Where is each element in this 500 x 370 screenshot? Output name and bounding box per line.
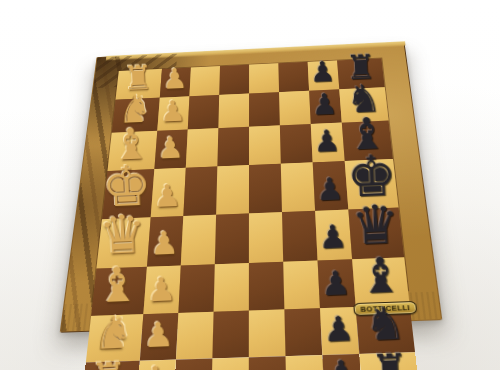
black-rook: ♜ — [369, 349, 409, 370]
board-grid: ♜♟♟♜♞♟♟♞♝♟♟♝♚♟♟♚♛♟♟♛♝♟♟♝♞♟♟♞♜♟♟♜ — [93, 58, 408, 301]
white-queen: ♛ — [98, 210, 147, 262]
square — [211, 357, 249, 370]
chess-board: ♜♟♟♜♞♟♟♞♝♟♟♝♚♟♟♚♛♟♟♛♝♟♟♝♞♟♟♞♜♟♟♜ BOTTICE… — [60, 42, 443, 333]
black-pawn: ♟ — [311, 90, 338, 118]
square: ♟ — [322, 353, 362, 370]
square — [217, 127, 249, 166]
white-pawn: ♟ — [162, 65, 188, 92]
black-pawn: ♟ — [313, 127, 341, 156]
square: ♟ — [158, 96, 190, 131]
black-pawn: ♟ — [310, 58, 336, 86]
black-queen: ♛ — [351, 200, 401, 253]
square: ♟ — [137, 359, 176, 370]
square — [186, 128, 218, 167]
square — [249, 212, 283, 262]
black-pawn: ♟ — [323, 313, 355, 347]
square — [190, 66, 220, 96]
square — [249, 126, 281, 166]
white-pawn: ♟ — [153, 181, 182, 211]
square — [281, 162, 315, 212]
square: ♟ — [160, 67, 191, 97]
white-pawn: ♟ — [157, 134, 185, 163]
square — [218, 94, 249, 129]
square — [283, 260, 320, 309]
white-rook: ♜ — [90, 358, 129, 370]
square — [219, 65, 249, 95]
square — [278, 62, 309, 92]
square — [282, 211, 317, 261]
square: ♟ — [317, 259, 355, 308]
square: ♟ — [309, 89, 342, 124]
square: ♟ — [312, 161, 348, 211]
square: ♟ — [147, 216, 183, 266]
square: ♟ — [155, 130, 188, 169]
white-pawn: ♟ — [139, 363, 172, 370]
white-pawn: ♟ — [150, 228, 180, 259]
square — [176, 311, 213, 359]
square — [249, 92, 280, 127]
white-knight: ♞ — [92, 310, 134, 355]
product-photo: ♜♟♟♜♞♟♟♞♝♟♟♝♚♟♟♚♛♟♟♛♝♟♟♝♞♟♟♞♜♟♟♜ BOTTICE… — [0, 0, 500, 370]
square — [279, 91, 311, 126]
white-pawn: ♟ — [146, 274, 177, 306]
board-scene: ♜♟♟♜♞♟♟♞♝♟♟♝♚♟♟♚♛♟♟♛♝♟♟♝♞♟♟♞♜♟♟♜ BOTTICE… — [0, 0, 500, 370]
square: ♟ — [310, 123, 344, 163]
square — [181, 215, 216, 265]
square — [216, 165, 249, 215]
square: ♟ — [144, 265, 181, 313]
square — [285, 355, 324, 370]
black-knight: ♞ — [364, 300, 407, 345]
square — [174, 358, 212, 370]
square — [249, 164, 282, 214]
white-bishop: ♝ — [95, 261, 140, 308]
black-bishop: ♝ — [358, 251, 403, 299]
square — [214, 263, 249, 312]
square — [249, 309, 285, 357]
square — [184, 166, 218, 216]
square — [284, 308, 322, 356]
black-pawn: ♟ — [316, 174, 345, 204]
square: ♟ — [315, 210, 352, 261]
square: ♟ — [140, 313, 178, 361]
black-pawn: ♟ — [325, 357, 358, 370]
square: ♜ — [81, 360, 141, 370]
square — [249, 356, 287, 370]
square — [215, 214, 249, 264]
black-pawn: ♟ — [321, 268, 352, 301]
square: ♟ — [320, 307, 359, 355]
square — [213, 310, 249, 358]
square: ♜ — [359, 352, 420, 370]
square — [249, 63, 279, 93]
square: ♟ — [151, 168, 186, 218]
white-pawn: ♟ — [160, 97, 187, 125]
square — [280, 124, 313, 164]
white-pawn: ♟ — [143, 319, 175, 353]
black-pawn: ♟ — [318, 222, 348, 254]
square — [249, 262, 284, 311]
square — [188, 95, 219, 130]
